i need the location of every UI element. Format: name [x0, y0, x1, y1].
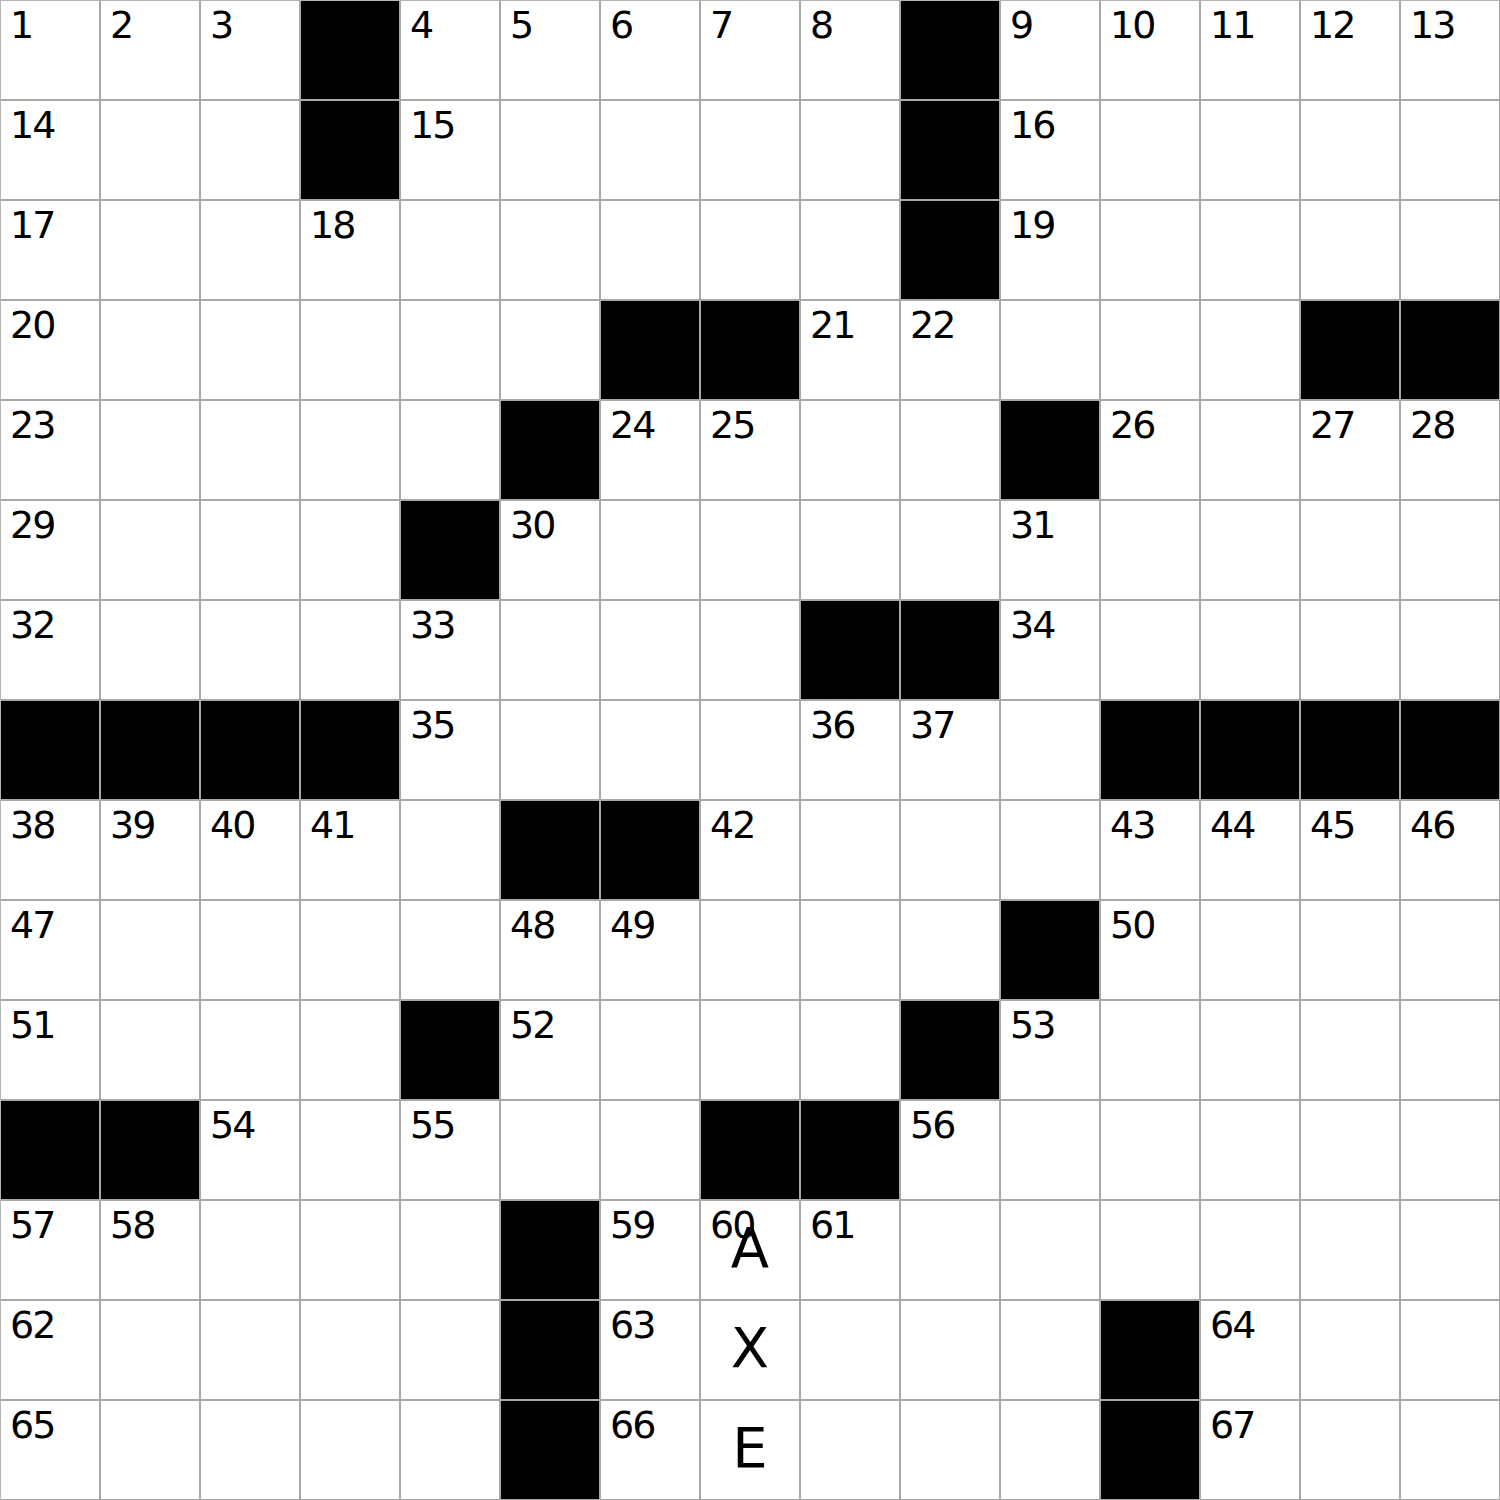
grid-cell[interactable]: 67	[1201, 1401, 1301, 1500]
grid-cell[interactable]	[1301, 101, 1401, 201]
black-square	[501, 1201, 601, 1301]
grid-cell[interactable]: 61	[801, 1201, 901, 1301]
grid-cell[interactable]: 11	[1201, 1, 1301, 101]
grid-cell[interactable]: 9	[1001, 1, 1101, 101]
grid-cell[interactable]	[901, 801, 1001, 901]
grid-cell[interactable]	[901, 1201, 1001, 1301]
grid-cell[interactable]	[401, 301, 501, 401]
grid-cell[interactable]: 19	[1001, 201, 1101, 301]
clue-number: 57	[10, 1206, 54, 1244]
grid-cell[interactable]	[1201, 601, 1301, 701]
grid-cell[interactable]: 29	[1, 501, 101, 601]
grid-cell[interactable]	[901, 501, 1001, 601]
clue-number: 27	[1310, 406, 1354, 444]
black-square	[601, 301, 701, 401]
grid-cell[interactable]: 1	[1, 1, 101, 101]
cell-letter: X	[701, 1298, 799, 1396]
grid-cell[interactable]	[801, 501, 901, 601]
black-square	[401, 1001, 501, 1101]
grid-cell[interactable]	[501, 201, 601, 301]
clue-number: 53	[1010, 1006, 1054, 1044]
grid-cell[interactable]	[1401, 201, 1500, 301]
grid-cell[interactable]: 14	[1, 101, 101, 201]
grid-cell[interactable]	[1401, 501, 1500, 601]
grid-cell[interactable]: 22	[901, 301, 1001, 401]
grid-cell[interactable]	[101, 501, 201, 601]
clue-number: 10	[1110, 6, 1154, 44]
grid-cell[interactable]	[601, 501, 701, 601]
black-square	[801, 1101, 901, 1201]
grid-cell[interactable]	[601, 1101, 701, 1201]
grid-cell[interactable]	[801, 101, 901, 201]
black-square	[1101, 1301, 1201, 1401]
grid-cell[interactable]: 16	[1001, 101, 1101, 201]
black-square	[901, 1001, 1001, 1101]
black-square	[501, 801, 601, 901]
black-square	[101, 1101, 201, 1201]
black-square	[1401, 301, 1500, 401]
clue-number: 12	[1310, 6, 1354, 44]
clue-number: 65	[10, 1406, 54, 1444]
grid-cell[interactable]: 41	[301, 801, 401, 901]
grid-cell[interactable]: 44	[1201, 801, 1301, 901]
grid-cell[interactable]	[301, 501, 401, 601]
grid-cell[interactable]: 55	[401, 1101, 501, 1201]
clue-number: 55	[410, 1106, 454, 1144]
grid-cell[interactable]	[1301, 1301, 1401, 1401]
clue-number: 37	[910, 706, 954, 744]
black-square	[701, 301, 801, 401]
grid-cell[interactable]: 62	[1, 1301, 101, 1401]
black-square	[801, 601, 901, 701]
grid-cell[interactable]	[401, 401, 501, 501]
grid-cell[interactable]	[301, 301, 401, 401]
grid-cell[interactable]	[1301, 901, 1401, 1001]
grid-cell[interactable]: 60A	[701, 1201, 801, 1301]
black-square	[1301, 701, 1401, 801]
grid-cell[interactable]: 21	[801, 301, 901, 401]
clue-number: 48	[510, 906, 554, 944]
grid-cell[interactable]	[601, 701, 701, 801]
grid-cell[interactable]: 6	[601, 1, 701, 101]
grid-cell[interactable]	[601, 1001, 701, 1101]
clue-number: 64	[1210, 1306, 1254, 1344]
clue-number: 44	[1210, 806, 1254, 844]
grid-cell[interactable]: 66	[601, 1401, 701, 1500]
clue-number: 4	[410, 6, 432, 44]
grid-cell[interactable]: E	[701, 1401, 801, 1500]
clue-number: 54	[210, 1106, 254, 1144]
grid-cell[interactable]: 46	[1401, 801, 1500, 901]
grid-cell[interactable]: 32	[1, 601, 101, 701]
clue-number: 59	[610, 1206, 654, 1244]
grid-cell[interactable]	[101, 1001, 201, 1101]
grid-cell[interactable]: 39	[101, 801, 201, 901]
grid-cell[interactable]: 43	[1101, 801, 1201, 901]
grid-cell[interactable]	[1201, 901, 1301, 1001]
grid-cell[interactable]: 51	[1, 1001, 101, 1101]
grid-cell[interactable]: 36	[801, 701, 901, 801]
grid-cell[interactable]	[801, 401, 901, 501]
grid-cell[interactable]	[1201, 1101, 1301, 1201]
grid-cell[interactable]: 47	[1, 901, 101, 1001]
clue-number: 1	[10, 6, 32, 44]
grid-cell[interactable]	[201, 301, 301, 401]
grid-cell[interactable]	[801, 1401, 901, 1500]
grid-cell[interactable]	[1301, 201, 1401, 301]
clue-number: 62	[10, 1306, 54, 1344]
black-square	[401, 501, 501, 601]
clue-number: 67	[1210, 1406, 1254, 1444]
grid-cell[interactable]: 17	[1, 201, 101, 301]
grid-cell[interactable]: 35	[401, 701, 501, 801]
clue-number: 3	[210, 6, 232, 44]
grid-cell[interactable]: 57	[1, 1201, 101, 1301]
grid-cell[interactable]	[1001, 1101, 1101, 1201]
clue-number: 52	[510, 1006, 554, 1044]
clue-number: 45	[1310, 806, 1354, 844]
grid-cell[interactable]	[1401, 601, 1500, 701]
clue-number: 6	[610, 6, 632, 44]
clue-number: 23	[10, 406, 54, 444]
grid-cell[interactable]	[1101, 1201, 1201, 1301]
grid-cell[interactable]	[201, 501, 301, 601]
clue-number: 51	[10, 1006, 54, 1044]
grid-cell[interactable]	[201, 1301, 301, 1401]
grid-cell[interactable]: 42	[701, 801, 801, 901]
clue-number: 9	[1010, 6, 1032, 44]
grid-cell[interactable]	[1101, 501, 1201, 601]
grid-cell[interactable]	[1001, 701, 1101, 801]
clue-number: 21	[810, 306, 854, 344]
clue-number: 14	[10, 106, 54, 144]
black-square	[1201, 701, 1301, 801]
grid-cell[interactable]: 53	[1001, 1001, 1101, 1101]
grid-cell[interactable]	[1301, 1401, 1401, 1500]
clue-number: 46	[1410, 806, 1454, 844]
grid-cell[interactable]	[501, 101, 601, 201]
grid-cell[interactable]	[901, 1401, 1001, 1500]
black-square	[301, 701, 401, 801]
grid-cell[interactable]	[201, 101, 301, 201]
grid-cell[interactable]	[1201, 201, 1301, 301]
grid-cell[interactable]: 12	[1301, 1, 1401, 101]
clue-number: 28	[1410, 406, 1454, 444]
clue-number: 20	[10, 306, 54, 344]
grid-cell[interactable]: 8	[801, 1, 901, 101]
clue-number: 50	[1110, 906, 1154, 944]
grid-cell[interactable]	[1301, 1001, 1401, 1101]
grid-cell[interactable]	[701, 701, 801, 801]
black-square	[1, 701, 101, 801]
grid-cell[interactable]: 45	[1301, 801, 1401, 901]
black-square	[901, 601, 1001, 701]
clue-number: 43	[1110, 806, 1154, 844]
grid-cell[interactable]	[1401, 1001, 1500, 1101]
grid-cell[interactable]	[201, 401, 301, 501]
clue-number: 32	[10, 606, 54, 644]
grid-cell[interactable]	[401, 801, 501, 901]
grid-cell[interactable]: 10	[1101, 1, 1201, 101]
grid-cell[interactable]: 38	[1, 801, 101, 901]
grid-cell[interactable]	[1301, 501, 1401, 601]
grid-cell[interactable]: 54	[201, 1101, 301, 1201]
grid-cell[interactable]	[1401, 1401, 1500, 1500]
clue-number: 36	[810, 706, 854, 744]
clue-number: 30	[510, 506, 554, 544]
grid-cell[interactable]	[701, 101, 801, 201]
grid-cell[interactable]	[101, 201, 201, 301]
grid-cell[interactable]	[1301, 601, 1401, 701]
grid-cell[interactable]	[1201, 1001, 1301, 1101]
grid-cell[interactable]	[401, 1301, 501, 1401]
grid-cell[interactable]	[1101, 301, 1201, 401]
grid-cell[interactable]: 13	[1401, 1, 1500, 101]
grid-cell[interactable]: 58	[101, 1201, 201, 1301]
crossword-grid: 1234567891011121314151617181920212223242…	[0, 0, 1500, 1500]
grid-cell[interactable]: 30	[501, 501, 601, 601]
grid-cell[interactable]	[201, 1401, 301, 1500]
grid-cell[interactable]: 48	[501, 901, 601, 1001]
grid-cell[interactable]	[1401, 901, 1500, 1001]
grid-cell[interactable]	[1201, 101, 1301, 201]
grid-cell[interactable]	[601, 601, 701, 701]
grid-cell[interactable]	[701, 601, 801, 701]
grid-cell[interactable]	[801, 1301, 901, 1401]
grid-cell[interactable]	[101, 301, 201, 401]
grid-cell[interactable]: 31	[1001, 501, 1101, 601]
grid-cell[interactable]	[801, 901, 901, 1001]
grid-cell[interactable]	[101, 901, 201, 1001]
grid-cell[interactable]: 5	[501, 1, 601, 101]
clue-number: 61	[810, 1206, 854, 1244]
grid-cell[interactable]	[1001, 301, 1101, 401]
black-square	[501, 1301, 601, 1401]
grid-cell[interactable]	[101, 601, 201, 701]
grid-cell[interactable]: 4	[401, 1, 501, 101]
grid-cell[interactable]	[1101, 201, 1201, 301]
grid-cell[interactable]	[301, 1101, 401, 1201]
clue-number: 17	[10, 206, 54, 244]
grid-cell[interactable]	[1201, 301, 1301, 401]
grid-cell[interactable]	[1101, 101, 1201, 201]
grid-cell[interactable]	[801, 1001, 901, 1101]
clue-number: 25	[710, 406, 754, 444]
grid-cell[interactable]: 56	[901, 1101, 1001, 1201]
black-square	[101, 701, 201, 801]
black-square	[901, 201, 1001, 301]
grid-cell[interactable]: 59	[601, 1201, 701, 1301]
clue-number: 8	[810, 6, 832, 44]
clue-number: 66	[610, 1406, 654, 1444]
grid-cell[interactable]	[601, 201, 701, 301]
clue-number: 49	[610, 906, 654, 944]
clue-number: 40	[210, 806, 254, 844]
grid-cell[interactable]	[1401, 101, 1500, 201]
clue-number: 2	[110, 6, 132, 44]
cell-letter: A	[701, 1198, 799, 1296]
grid-cell[interactable]	[401, 1401, 501, 1500]
grid-cell[interactable]	[701, 501, 801, 601]
grid-cell[interactable]	[601, 101, 701, 201]
grid-cell[interactable]	[1001, 801, 1101, 901]
grid-cell[interactable]	[201, 1201, 301, 1301]
grid-cell[interactable]: 64	[1201, 1301, 1301, 1401]
grid-cell[interactable]	[1101, 1001, 1201, 1101]
grid-cell[interactable]: 34	[1001, 601, 1101, 701]
grid-cell[interactable]	[401, 201, 501, 301]
clue-number: 38	[10, 806, 54, 844]
black-square	[1301, 301, 1401, 401]
black-square	[1401, 701, 1500, 801]
grid-cell[interactable]	[901, 901, 1001, 1001]
grid-cell[interactable]	[1401, 1201, 1500, 1301]
clue-number: 42	[710, 806, 754, 844]
grid-cell[interactable]: 37	[901, 701, 1001, 801]
black-square	[501, 401, 601, 501]
grid-cell[interactable]	[301, 1401, 401, 1500]
grid-cell[interactable]: X	[701, 1301, 801, 1401]
grid-cell[interactable]	[1101, 601, 1201, 701]
grid-cell[interactable]: 40	[201, 801, 301, 901]
grid-cell[interactable]	[301, 901, 401, 1001]
grid-cell[interactable]	[1001, 1301, 1101, 1401]
grid-cell[interactable]: 18	[301, 201, 401, 301]
grid-cell[interactable]	[901, 1301, 1001, 1401]
grid-cell[interactable]	[301, 1201, 401, 1301]
clue-number: 29	[10, 506, 54, 544]
grid-cell[interactable]: 20	[1, 301, 101, 401]
grid-cell[interactable]: 3	[201, 1, 301, 101]
black-square	[1, 1101, 101, 1201]
clue-number: 31	[1010, 506, 1054, 544]
clue-number: 47	[10, 906, 54, 944]
grid-cell[interactable]	[1301, 1201, 1401, 1301]
clue-number: 34	[1010, 606, 1054, 644]
grid-cell[interactable]	[801, 201, 901, 301]
grid-cell[interactable]	[1001, 1201, 1101, 1301]
clue-number: 63	[610, 1306, 654, 1344]
grid-cell[interactable]: 24	[601, 401, 701, 501]
grid-cell[interactable]	[701, 901, 801, 1001]
grid-cell[interactable]: 33	[401, 601, 501, 701]
grid-cell[interactable]	[1401, 1301, 1500, 1401]
clue-number: 41	[310, 806, 354, 844]
grid-cell[interactable]	[1001, 1401, 1101, 1500]
clue-number: 15	[410, 106, 454, 144]
grid-cell[interactable]	[401, 1201, 501, 1301]
grid-cell[interactable]	[801, 801, 901, 901]
grid-cell[interactable]: 25	[701, 401, 801, 501]
clue-number: 22	[910, 306, 954, 344]
clue-number: 26	[1110, 406, 1154, 444]
grid-cell[interactable]: 26	[1101, 401, 1201, 501]
grid-cell[interactable]	[1301, 1101, 1401, 1201]
grid-cell[interactable]	[201, 601, 301, 701]
grid-cell[interactable]	[101, 101, 201, 201]
grid-cell[interactable]: 15	[401, 101, 501, 201]
clue-number: 39	[110, 806, 154, 844]
grid-cell[interactable]	[401, 901, 501, 1001]
clue-number: 5	[510, 6, 532, 44]
clue-number: 7	[710, 6, 732, 44]
grid-cell[interactable]: 50	[1101, 901, 1201, 1001]
grid-cell[interactable]: 2	[101, 1, 201, 101]
clue-number: 19	[1010, 206, 1054, 244]
grid-cell[interactable]	[301, 1001, 401, 1101]
grid-cell[interactable]	[201, 901, 301, 1001]
grid-cell[interactable]	[101, 401, 201, 501]
black-square	[901, 101, 1001, 201]
black-square	[1101, 1401, 1201, 1500]
clue-number: 13	[1410, 6, 1454, 44]
grid-cell[interactable]	[901, 401, 1001, 501]
black-square	[701, 1101, 801, 1201]
clue-number: 24	[610, 406, 654, 444]
clue-number: 11	[1210, 6, 1254, 44]
black-square	[601, 801, 701, 901]
grid-cell[interactable]	[501, 1101, 601, 1201]
clue-number: 18	[310, 206, 354, 244]
grid-cell[interactable]: 28	[1401, 401, 1500, 501]
grid-cell[interactable]	[1101, 1101, 1201, 1201]
grid-cell[interactable]	[101, 1301, 201, 1401]
grid-cell[interactable]	[1201, 401, 1301, 501]
grid-cell[interactable]: 7	[701, 1, 801, 101]
grid-cell[interactable]	[201, 1001, 301, 1101]
clue-number: 58	[110, 1206, 154, 1244]
black-square	[901, 1, 1001, 101]
grid-cell[interactable]: 65	[1, 1401, 101, 1500]
grid-cell[interactable]	[501, 301, 601, 401]
black-square	[301, 101, 401, 201]
grid-cell[interactable]	[701, 201, 801, 301]
grid-cell[interactable]	[1401, 1101, 1500, 1201]
black-square	[501, 1401, 601, 1500]
grid-cell[interactable]	[301, 1301, 401, 1401]
black-square	[1001, 401, 1101, 501]
black-square	[1001, 901, 1101, 1001]
clue-number: 16	[1010, 106, 1054, 144]
grid-cell[interactable]	[201, 201, 301, 301]
grid-cell[interactable]: 63	[601, 1301, 701, 1401]
grid-cell[interactable]: 27	[1301, 401, 1401, 501]
grid-cell[interactable]: 52	[501, 1001, 601, 1101]
grid-cell[interactable]: 23	[1, 401, 101, 501]
black-square	[301, 1, 401, 101]
grid-cell[interactable]	[701, 1001, 801, 1101]
cell-letter: E	[701, 1398, 799, 1496]
grid-cell[interactable]	[501, 601, 601, 701]
clue-number: 56	[910, 1106, 954, 1144]
clue-number: 33	[410, 606, 454, 644]
grid-cell[interactable]	[101, 1401, 201, 1500]
grid-cell[interactable]: 49	[601, 901, 701, 1001]
grid-cell[interactable]	[1201, 501, 1301, 601]
black-square	[201, 701, 301, 801]
grid-cell[interactable]	[301, 401, 401, 501]
grid-cell[interactable]	[1201, 1201, 1301, 1301]
black-square	[1101, 701, 1201, 801]
grid-cell[interactable]	[301, 601, 401, 701]
clue-number: 35	[410, 706, 454, 744]
grid-cell[interactable]	[501, 701, 601, 801]
